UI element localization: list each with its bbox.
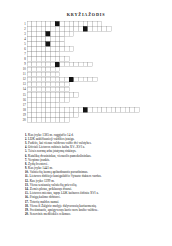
clue-number: 2. (25, 137, 27, 141)
clue-number: 5. (25, 149, 27, 153)
grid-cell[interactable] (92, 77, 97, 82)
clue-number: 17. (25, 200, 29, 204)
clue-number: 19. (25, 208, 29, 212)
grid-cell[interactable] (134, 107, 139, 112)
grid-cell[interactable] (74, 112, 79, 117)
clue-number: 11. (25, 174, 29, 178)
page-title: KRYŽIAŽODIS (0, 13, 172, 18)
clue-text: Žemės plotas, priklausęs dvarui. (30, 187, 72, 191)
clue-text: Kas įvyko 1399 m. (30, 179, 55, 183)
clue-number: 12. (25, 179, 29, 183)
grid-cell[interactable] (74, 92, 79, 97)
clue-text: Svetimtautis, apsigyvenęs kurio nors kra… (30, 208, 98, 212)
crossword-row: 20 (0, 118, 139, 123)
grid-cell[interactable] (69, 31, 74, 36)
clue-text: Lietuvos didžiojo kunigaikščio Vytauto d… (30, 174, 102, 178)
clue-number: 13. (25, 183, 29, 187)
clue-text: LDK aukščiausioji valdžios įstaiga. (28, 137, 74, 141)
clue-number: 14. (25, 187, 29, 191)
clue-number: 8. (25, 162, 27, 166)
clue-text: Totorių maldos namai. (30, 200, 59, 204)
clue-text: Oficiali Lietuvos raštinės kalba XV–XVI … (28, 145, 85, 149)
page: KRYŽIAŽODIS 1234567891011121314151617181… (0, 0, 172, 246)
clue-number: 16. (25, 195, 29, 199)
clue-text: Katalikų dvasininkas, vienuolis pamoksli… (28, 154, 91, 158)
grid-cell[interactable] (88, 62, 93, 67)
clue-text: Verpimo įrankis. (28, 158, 50, 162)
clue-text: Viena iš Žalgirio mūšyje dalyvavusių kar… (30, 204, 97, 208)
clue-item: 20.Senovinis medžioklės reikmuo. (25, 212, 172, 216)
clue-number: 18. (25, 204, 29, 208)
clue-text: Padėtis, kai vienas valdovas valdo dvi v… (28, 141, 91, 145)
clue-number: 15. (25, 191, 29, 195)
clue-number: 1. (25, 133, 27, 137)
clue-number: 20. (25, 212, 29, 216)
grid-cell[interactable] (106, 26, 111, 31)
clue-number: 7. (25, 158, 27, 162)
grid-cell[interactable] (64, 97, 69, 102)
clue-number: 3. (25, 141, 27, 145)
clue-text: Viena seniausių valstiečių prievolių. (30, 183, 77, 187)
clue-text: Žydų šventovė. (28, 162, 48, 166)
clue-list: 1.Kas įvyko 1385 m. rugpjūčio 14 d.2.LDK… (25, 133, 172, 217)
clue-number: 10. (25, 170, 29, 174)
clue-number: 6. (25, 154, 27, 158)
grid-cell[interactable] (69, 47, 74, 52)
clue-text: Teisės normų arba įstatymų rinkinys. (28, 149, 76, 153)
clue-number: 4. (25, 145, 27, 149)
crossword-grid: 1234567891011121314151617181920 (0, 21, 139, 122)
clue-text: Kas įvyko 1441 m. (28, 166, 53, 170)
row-number-label: 20 (0, 118, 27, 123)
clue-text: Pinigų kalimo dirbtuvė. (30, 195, 61, 199)
grid-cell[interactable] (64, 118, 69, 123)
clue-text: Lietuvos miestas, tapęs LDK kultūros žid… (30, 191, 99, 195)
clue-text: Valstiečių luomą apibūdinantis pavadinim… (30, 170, 88, 174)
clue-number: 9. (25, 166, 27, 170)
clue-text: Senovinis medžioklės reikmuo. (30, 212, 71, 216)
clue-text: Kas įvyko 1385 m. rugpjūčio 14 d. (28, 133, 74, 137)
